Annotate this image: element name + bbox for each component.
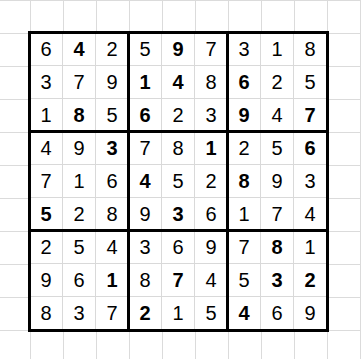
cell-r3c8[interactable]: 4 xyxy=(261,99,294,132)
cell-r9c3[interactable]: 7 xyxy=(96,297,129,330)
cell-r5c5[interactable]: 5 xyxy=(162,165,195,198)
cell-r6c1[interactable]: 5 xyxy=(30,198,63,231)
sudoku-cells: 6425973183791486251856239474937812567164… xyxy=(30,33,327,330)
cell-r1c3[interactable]: 2 xyxy=(96,33,129,66)
cell-r8c1[interactable]: 9 xyxy=(30,264,63,297)
cell-r5c8[interactable]: 9 xyxy=(261,165,294,198)
cell-r9c9[interactable]: 9 xyxy=(294,297,327,330)
cell-r1c8[interactable]: 1 xyxy=(261,33,294,66)
cell-r8c3[interactable]: 1 xyxy=(96,264,129,297)
cell-r9c1[interactable]: 8 xyxy=(30,297,63,330)
cell-r3c5[interactable]: 2 xyxy=(162,99,195,132)
cell-r7c7[interactable]: 7 xyxy=(228,231,261,264)
cell-r6c7[interactable]: 1 xyxy=(228,198,261,231)
cell-r4c4[interactable]: 7 xyxy=(129,132,162,165)
cell-r9c8[interactable]: 6 xyxy=(261,297,294,330)
cell-r4c1[interactable]: 4 xyxy=(30,132,63,165)
cell-r8c9[interactable]: 2 xyxy=(294,264,327,297)
cell-r5c2[interactable]: 1 xyxy=(63,165,96,198)
cell-r7c6[interactable]: 9 xyxy=(195,231,228,264)
cell-r8c2[interactable]: 6 xyxy=(63,264,96,297)
cell-r3c1[interactable]: 1 xyxy=(30,99,63,132)
cell-r2c8[interactable]: 2 xyxy=(261,66,294,99)
cell-r1c1[interactable]: 6 xyxy=(30,33,63,66)
cell-r1c2[interactable]: 4 xyxy=(63,33,96,66)
cell-r8c5[interactable]: 7 xyxy=(162,264,195,297)
cell-r5c4[interactable]: 4 xyxy=(129,165,162,198)
cell-r2c9[interactable]: 5 xyxy=(294,66,327,99)
cell-r5c6[interactable]: 2 xyxy=(195,165,228,198)
cell-r9c7[interactable]: 4 xyxy=(228,297,261,330)
cell-r7c3[interactable]: 4 xyxy=(96,231,129,264)
cell-r6c8[interactable]: 7 xyxy=(261,198,294,231)
cell-r1c5[interactable]: 9 xyxy=(162,33,195,66)
cell-r7c2[interactable]: 5 xyxy=(63,231,96,264)
cell-r7c5[interactable]: 6 xyxy=(162,231,195,264)
cell-r4c8[interactable]: 5 xyxy=(261,132,294,165)
cell-r9c4[interactable]: 2 xyxy=(129,297,162,330)
cell-r3c2[interactable]: 8 xyxy=(63,99,96,132)
cell-r1c7[interactable]: 3 xyxy=(228,33,261,66)
cell-r1c9[interactable]: 8 xyxy=(294,33,327,66)
cell-r7c4[interactable]: 3 xyxy=(129,231,162,264)
cell-r2c2[interactable]: 7 xyxy=(63,66,96,99)
cell-r5c3[interactable]: 6 xyxy=(96,165,129,198)
cell-r2c6[interactable]: 8 xyxy=(195,66,228,99)
cell-r2c7[interactable]: 6 xyxy=(228,66,261,99)
cell-r1c4[interactable]: 5 xyxy=(129,33,162,66)
cell-r3c3[interactable]: 5 xyxy=(96,99,129,132)
cell-r7c8[interactable]: 8 xyxy=(261,231,294,264)
cell-r5c9[interactable]: 3 xyxy=(294,165,327,198)
cell-r9c2[interactable]: 3 xyxy=(63,297,96,330)
cell-r7c9[interactable]: 1 xyxy=(294,231,327,264)
cell-r1c6[interactable]: 7 xyxy=(195,33,228,66)
cell-r3c4[interactable]: 6 xyxy=(129,99,162,132)
cell-r2c1[interactable]: 3 xyxy=(30,66,63,99)
cell-r4c2[interactable]: 9 xyxy=(63,132,96,165)
cell-r8c4[interactable]: 8 xyxy=(129,264,162,297)
cell-r6c4[interactable]: 9 xyxy=(129,198,162,231)
cell-r4c5[interactable]: 8 xyxy=(162,132,195,165)
cell-r9c5[interactable]: 1 xyxy=(162,297,195,330)
sudoku-board: 6425973183791486251856239474937812567164… xyxy=(30,33,327,330)
spreadsheet-background: 6425973183791486251856239474937812567164… xyxy=(0,0,361,359)
cell-r7c1[interactable]: 2 xyxy=(30,231,63,264)
cell-r5c7[interactable]: 8 xyxy=(228,165,261,198)
cell-r8c6[interactable]: 4 xyxy=(195,264,228,297)
cell-r6c5[interactable]: 3 xyxy=(162,198,195,231)
cell-r3c6[interactable]: 3 xyxy=(195,99,228,132)
cell-r4c7[interactable]: 2 xyxy=(228,132,261,165)
cell-r3c9[interactable]: 7 xyxy=(294,99,327,132)
cell-r6c6[interactable]: 6 xyxy=(195,198,228,231)
cell-r6c2[interactable]: 2 xyxy=(63,198,96,231)
cell-r2c5[interactable]: 4 xyxy=(162,66,195,99)
cell-r8c7[interactable]: 5 xyxy=(228,264,261,297)
cell-r5c1[interactable]: 7 xyxy=(30,165,63,198)
cell-r2c3[interactable]: 9 xyxy=(96,66,129,99)
cell-r4c9[interactable]: 6 xyxy=(294,132,327,165)
cell-r6c9[interactable]: 4 xyxy=(294,198,327,231)
cell-r2c4[interactable]: 1 xyxy=(129,66,162,99)
cell-r6c3[interactable]: 8 xyxy=(96,198,129,231)
cell-r3c7[interactable]: 9 xyxy=(228,99,261,132)
cell-r8c8[interactable]: 3 xyxy=(261,264,294,297)
cell-r4c3[interactable]: 3 xyxy=(96,132,129,165)
cell-r4c6[interactable]: 1 xyxy=(195,132,228,165)
cell-r9c6[interactable]: 5 xyxy=(195,297,228,330)
